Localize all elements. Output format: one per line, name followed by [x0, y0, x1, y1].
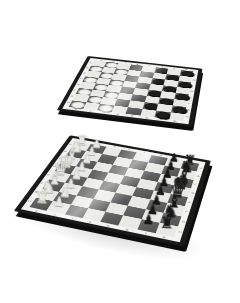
board-frame: 12345678 12345678 ABCDEFGH ABCDEFGH ♜♟♟♜…	[14, 135, 211, 247]
product-image[interactable]: 12345678 12345678 ABCDEFGH ABCDEFGH 1234…	[0, 0, 240, 303]
coord-label: 1	[35, 209, 39, 212]
coord-label: E	[188, 201, 191, 203]
coord-label: E	[189, 97, 192, 99]
chess-piece-white-R: ♜	[34, 188, 49, 206]
coord-label: 8	[162, 236, 166, 239]
chess-piece-black-P: ♟	[142, 212, 155, 228]
coord-label: 7	[144, 232, 148, 235]
board-square	[82, 178, 104, 190]
coord-label: 6	[125, 228, 129, 231]
coord-label: 5	[106, 224, 110, 227]
coord-label: 4	[88, 220, 92, 223]
coord-label: 3	[70, 217, 74, 220]
chess-board: 12345678 12345678 ABCDEFGH ABCDEFGH ♜♟♟♜…	[35, 99, 206, 270]
coord-label: H	[27, 200, 31, 203]
board-margin: 12345678 12345678 ABCDEFGH ABCDEFGH ♜♟♟♜…	[21, 138, 206, 242]
coord-label: F	[188, 103, 190, 105]
checker-piece-black	[163, 86, 177, 93]
chess-piece-white-P: ♟	[53, 194, 66, 210]
coord-label: D	[191, 192, 194, 194]
coord-label: H	[178, 231, 182, 234]
coord-label: G	[182, 221, 186, 224]
chess-piece-black-R: ♜	[160, 214, 175, 233]
coord-label: D	[190, 91, 193, 93]
coord-label: C	[192, 85, 195, 87]
coord-label: B	[193, 79, 196, 81]
coord-label: 2	[52, 213, 56, 216]
coord-label: A	[194, 74, 197, 76]
coord-label: F	[185, 211, 188, 213]
coord-label: A	[200, 167, 203, 169]
coord-label: B	[197, 175, 200, 177]
coord-label: C	[194, 183, 197, 185]
